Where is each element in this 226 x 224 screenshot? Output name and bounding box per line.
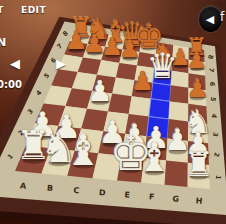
file-label-f: F (149, 192, 155, 201)
clipped-menu-button[interactable]: T (0, 5, 4, 15)
next-arrow-button[interactable]: ▶ (56, 56, 66, 71)
file-label-b: B (47, 184, 54, 193)
game-timer: 0:00 (0, 79, 22, 90)
chess-app-screen: ABCDEFGH1122334455667788 ♜♞♝♛♚♜♟♟♟♟♞♟♟♛♟… (0, 0, 226, 224)
edit-button[interactable]: EDIT (21, 5, 46, 15)
orange-pawn-h5[interactable]: ♟ (186, 77, 208, 102)
orange-pawn-h7[interactable]: ♟ (187, 49, 207, 72)
orange-pawn-e5[interactable]: ♟ (131, 68, 154, 94)
prev-arrow-button[interactable]: ◀ (10, 56, 20, 71)
white-bishop-f1[interactable]: ♝ (136, 138, 172, 178)
file-label-d: D (98, 188, 106, 198)
file-label-g: G (172, 194, 179, 204)
orange-pawn-d7[interactable]: ♟ (119, 37, 141, 61)
white-bishop-c1[interactable]: ♝ (64, 129, 102, 172)
clipped-menu-button-2[interactable]: N (0, 36, 6, 49)
file-label-c: C (73, 186, 80, 195)
file-label-h: H (195, 196, 202, 206)
file-label-e: E (124, 190, 130, 199)
highlighted-square-f4[interactable] (149, 99, 170, 119)
white-rook-h1[interactable]: ♜ (183, 148, 213, 182)
clipped-text-fragment: f (220, 10, 224, 24)
white-pawn-c4[interactable]: ♟ (87, 77, 113, 106)
back-arrow-icon: ◀ (206, 13, 214, 26)
square-e4[interactable] (129, 96, 151, 116)
back-button[interactable]: ◀ (199, 6, 222, 32)
